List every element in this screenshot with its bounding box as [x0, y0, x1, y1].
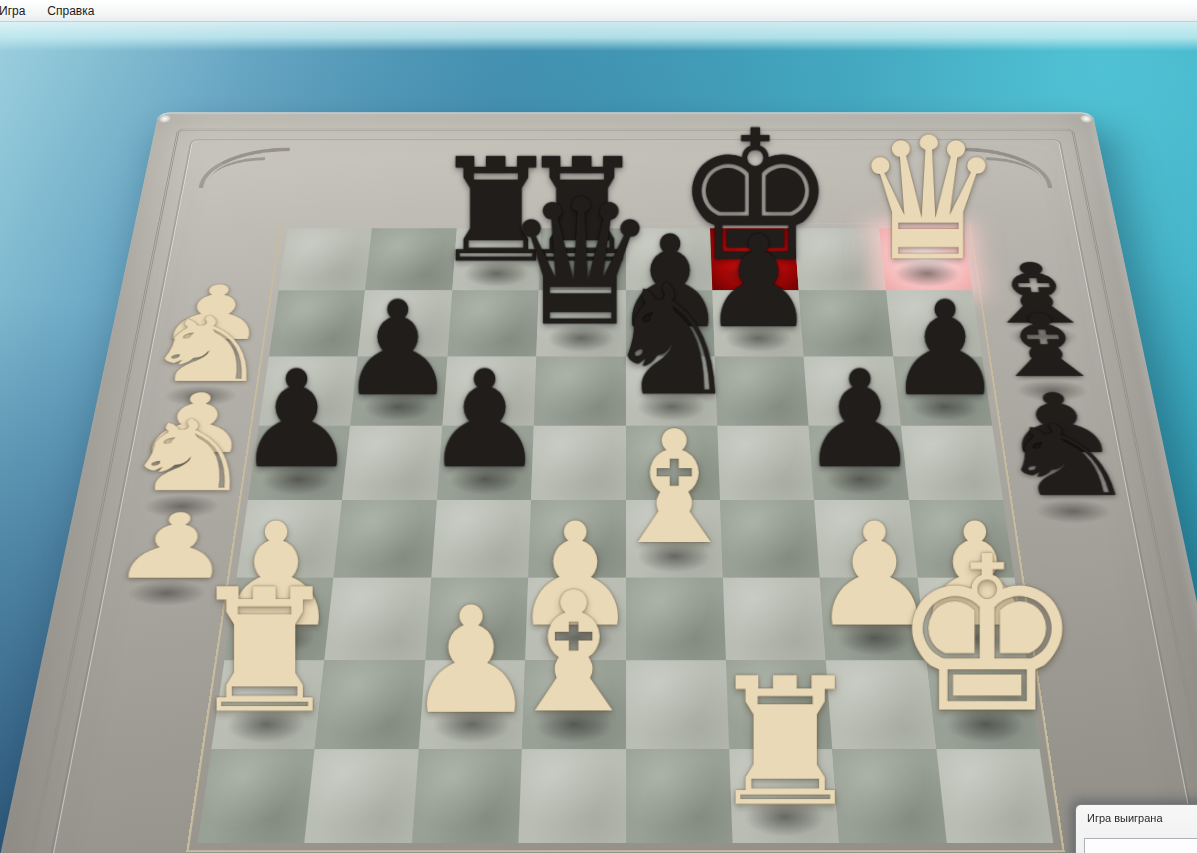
square-d1[interactable] [519, 749, 626, 843]
chess-board-3d: ♟♞♟♞♟ ♝♝♟♞ ♜♜♚♛♛♟♟♟♞♟♟♟♟♝♟♟♟♟♜♟♝♚♜ [198, 228, 1054, 843]
square-h1[interactable] [936, 749, 1053, 843]
white-bishop-d2[interactable]: ♝ [500, 571, 649, 737]
corner-flourish-left [199, 148, 285, 185]
square-b4[interactable] [334, 500, 437, 578]
white-rook-a2[interactable]: ♜ [188, 567, 341, 737]
corner-flourish-right [965, 148, 1051, 185]
menu-game[interactable]: Игра [0, 2, 35, 20]
square-f1[interactable]: ♜ [729, 749, 839, 843]
dialog-content-panel [1084, 838, 1197, 853]
menu-help[interactable]: Справка [37, 2, 104, 20]
white-knight-captured: ♞ [111, 407, 267, 505]
game-won-dialog[interactable]: Игра выиграна [1075, 804, 1197, 853]
dialog-title: Игра выиграна [1076, 805, 1197, 824]
chess-scene: ♟♞♟♞♟ ♝♝♟♞ ♜♜♚♛♛♟♟♟♞♟♟♟♟♝♟♟♟♟♜♟♝♚♜ [0, 0, 1197, 853]
menu-bar: Игра Справка [0, 0, 1197, 22]
square-b1[interactable] [305, 749, 419, 843]
white-king-h2[interactable]: ♚ [891, 528, 1083, 742]
square-a1[interactable] [198, 749, 315, 843]
square-a2[interactable]: ♜ [211, 660, 324, 748]
square-d2[interactable]: ♝ [522, 660, 626, 748]
square-c1[interactable] [412, 749, 522, 843]
slab-corner-highlight-left [158, 115, 172, 123]
slab-corner-highlight-right [1079, 115, 1093, 123]
white-rook-f1[interactable]: ♜ [706, 654, 864, 830]
square-h2[interactable]: ♚ [926, 660, 1039, 748]
